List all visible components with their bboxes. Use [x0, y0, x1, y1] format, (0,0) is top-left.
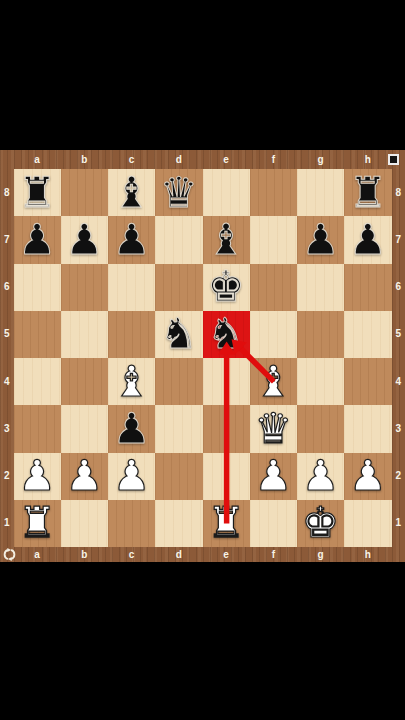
piece-white-rook[interactable]: ♜	[14, 500, 61, 547]
rank-label-left-6: 6	[0, 264, 14, 311]
square-b6[interactable]	[61, 264, 108, 311]
square-h5[interactable]	[344, 311, 391, 358]
piece-white-bishop[interactable]: ♝	[108, 358, 155, 405]
rank-label-left-4: 4	[0, 358, 14, 405]
rank-label-right-3: 3	[392, 405, 405, 452]
square-f6[interactable]	[250, 264, 297, 311]
piece-white-pawn[interactable]: ♟	[250, 453, 297, 500]
square-d7[interactable]	[155, 216, 202, 263]
rank-label-left-5: 5	[0, 311, 14, 358]
square-f5[interactable]	[250, 311, 297, 358]
square-c7[interactable]: ♟	[108, 216, 155, 263]
rank-labels-left: 87654321	[0, 169, 14, 547]
piece-white-queen[interactable]: ♛	[250, 405, 297, 452]
square-d5[interactable]: ♞	[155, 311, 202, 358]
file-labels-top: abcdefgh	[14, 150, 392, 169]
piece-black-pawn[interactable]: ♟	[344, 216, 391, 263]
square-g8[interactable]	[297, 169, 344, 216]
square-f4[interactable]: ♝	[250, 358, 297, 405]
square-a8[interactable]: ♜	[14, 169, 61, 216]
square-a3[interactable]	[14, 405, 61, 452]
file-label-bottom-d: d	[155, 547, 202, 562]
piece-black-pawn[interactable]: ♟	[14, 216, 61, 263]
piece-black-king[interactable]: ♚	[203, 264, 250, 311]
file-label-top-h: h	[344, 150, 391, 169]
piece-black-pawn[interactable]: ♟	[297, 216, 344, 263]
square-d1[interactable]	[155, 500, 202, 547]
piece-white-bishop[interactable]: ♝	[250, 358, 297, 405]
square-d3[interactable]	[155, 405, 202, 452]
square-d8[interactable]: ♛	[155, 169, 202, 216]
square-c4[interactable]: ♝	[108, 358, 155, 405]
file-label-bottom-f: f	[250, 547, 297, 562]
square-c5[interactable]	[108, 311, 155, 358]
square-c1[interactable]	[108, 500, 155, 547]
square-h6[interactable]	[344, 264, 391, 311]
file-label-bottom-c: c	[108, 547, 155, 562]
square-g7[interactable]: ♟	[297, 216, 344, 263]
piece-black-knight[interactable]: ♞	[203, 311, 250, 358]
file-label-bottom-a: a	[14, 547, 61, 562]
square-b3[interactable]	[61, 405, 108, 452]
square-d6[interactable]	[155, 264, 202, 311]
square-f7[interactable]	[250, 216, 297, 263]
rank-label-left-2: 2	[0, 453, 14, 500]
square-g6[interactable]	[297, 264, 344, 311]
piece-white-king[interactable]: ♚	[297, 500, 344, 547]
piece-white-pawn[interactable]: ♟	[61, 453, 108, 500]
square-c6[interactable]	[108, 264, 155, 311]
file-label-bottom-h: h	[344, 547, 391, 562]
square-h7[interactable]: ♟	[344, 216, 391, 263]
file-label-bottom-b: b	[61, 547, 108, 562]
square-g2[interactable]: ♟	[297, 453, 344, 500]
square-f2[interactable]: ♟	[250, 453, 297, 500]
square-c2[interactable]: ♟	[108, 453, 155, 500]
rank-label-right-7: 7	[392, 216, 405, 263]
square-g1[interactable]: ♚	[297, 500, 344, 547]
square-e5[interactable]: ♞	[203, 311, 250, 358]
square-g5[interactable]	[297, 311, 344, 358]
flip-board-icon[interactable]	[3, 548, 16, 561]
piece-white-pawn[interactable]: ♟	[344, 453, 391, 500]
file-label-top-f: f	[250, 150, 297, 169]
square-b2[interactable]: ♟	[61, 453, 108, 500]
board-squares: ♜♝♛♜♟♟♟♝♟♟♚♞♞♝♝♟♛♟♟♟♟♟♟♜♜♚	[14, 169, 392, 547]
piece-black-bishop[interactable]: ♝	[203, 216, 250, 263]
square-f1[interactable]	[250, 500, 297, 547]
file-labels-bottom: abcdefgh	[14, 547, 392, 562]
square-d4[interactable]	[155, 358, 202, 405]
square-g3[interactable]	[297, 405, 344, 452]
file-label-top-c: c	[108, 150, 155, 169]
square-e8[interactable]	[203, 169, 250, 216]
rank-label-right-8: 8	[392, 169, 405, 216]
rank-label-left-8: 8	[0, 169, 14, 216]
piece-black-pawn[interactable]: ♟	[108, 216, 155, 263]
square-a2[interactable]: ♟	[14, 453, 61, 500]
rank-label-right-4: 4	[392, 358, 405, 405]
piece-white-pawn[interactable]: ♟	[14, 453, 61, 500]
stop-icon[interactable]	[388, 154, 399, 165]
top-letterbox-bar	[0, 0, 405, 150]
rank-labels-right: 87654321	[392, 169, 405, 547]
square-h8[interactable]: ♜	[344, 169, 391, 216]
piece-black-rook[interactable]: ♜	[344, 169, 391, 216]
rank-label-right-5: 5	[392, 311, 405, 358]
bottom-letterbox-bar	[0, 562, 405, 720]
rank-label-left-7: 7	[0, 216, 14, 263]
chess-board: abcdefgh 87654321 87654321 ♜♝♛♜♟♟♟♝♟♟♚♞♞…	[0, 150, 405, 562]
piece-black-queen[interactable]: ♛	[155, 169, 202, 216]
square-a6[interactable]	[14, 264, 61, 311]
square-a1[interactable]: ♜	[14, 500, 61, 547]
square-d2[interactable]	[155, 453, 202, 500]
square-b1[interactable]	[61, 500, 108, 547]
file-label-bottom-g: g	[297, 547, 344, 562]
square-b8[interactable]	[61, 169, 108, 216]
square-c8[interactable]: ♝	[108, 169, 155, 216]
rank-label-right-1: 1	[392, 500, 405, 547]
square-h2[interactable]: ♟	[344, 453, 391, 500]
square-a7[interactable]: ♟	[14, 216, 61, 263]
square-f3[interactable]: ♛	[250, 405, 297, 452]
square-h4[interactable]	[344, 358, 391, 405]
square-b7[interactable]: ♟	[61, 216, 108, 263]
piece-black-knight[interactable]: ♞	[155, 311, 202, 358]
rank-label-right-2: 2	[392, 453, 405, 500]
piece-black-rook[interactable]: ♜	[14, 169, 61, 216]
piece-white-rook[interactable]: ♜	[203, 500, 250, 547]
square-b4[interactable]	[61, 358, 108, 405]
square-e4[interactable]	[203, 358, 250, 405]
square-e2[interactable]	[203, 453, 250, 500]
file-label-top-g: g	[297, 150, 344, 169]
square-c3[interactable]: ♟	[108, 405, 155, 452]
square-a5[interactable]	[14, 311, 61, 358]
square-h3[interactable]	[344, 405, 391, 452]
file-label-top-a: a	[14, 150, 61, 169]
square-e6[interactable]: ♚	[203, 264, 250, 311]
piece-white-pawn[interactable]: ♟	[297, 453, 344, 500]
file-label-top-d: d	[155, 150, 202, 169]
piece-white-pawn[interactable]: ♟	[108, 453, 155, 500]
square-e3[interactable]	[203, 405, 250, 452]
square-a4[interactable]	[14, 358, 61, 405]
rank-label-left-1: 1	[0, 500, 14, 547]
file-label-top-e: e	[203, 150, 250, 169]
file-label-bottom-e: e	[203, 547, 250, 562]
file-label-top-b: b	[61, 150, 108, 169]
piece-black-pawn[interactable]: ♟	[108, 405, 155, 452]
square-g4[interactable]	[297, 358, 344, 405]
square-h1[interactable]	[344, 500, 391, 547]
piece-black-pawn[interactable]: ♟	[61, 216, 108, 263]
rank-label-right-6: 6	[392, 264, 405, 311]
rank-label-left-3: 3	[0, 405, 14, 452]
square-b5[interactable]	[61, 311, 108, 358]
square-e7[interactable]: ♝	[203, 216, 250, 263]
piece-black-bishop[interactable]: ♝	[108, 169, 155, 216]
square-f8[interactable]	[250, 169, 297, 216]
square-e1[interactable]: ♜	[203, 500, 250, 547]
